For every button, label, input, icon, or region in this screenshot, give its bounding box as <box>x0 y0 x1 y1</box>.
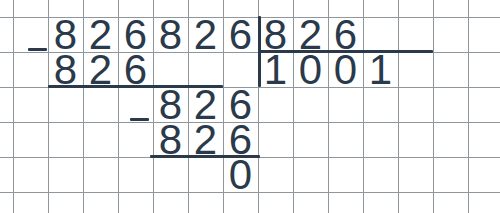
subtraction-line-step2 <box>150 155 260 158</box>
subtraction-line-step1 <box>48 85 223 88</box>
quotient-digit: 1 <box>258 52 293 87</box>
divisor-quotient-separator-line <box>258 50 433 53</box>
long-division-worksheet: 8 2 6 8 2 6 8 2 6 8 2 6 1 0 0 1 8 2 6 8 … <box>0 0 500 213</box>
remainder-digit: 0 <box>223 157 258 192</box>
quotient-digit: 0 <box>328 52 363 87</box>
step1-subtrahend-digit: 2 <box>83 52 118 87</box>
step2-subtrahend-digit: 8 <box>153 122 188 157</box>
step2-subtrahend-digit: 2 <box>188 122 223 157</box>
quotient-digit: 1 <box>363 52 398 87</box>
dividend-digit: 2 <box>188 17 223 52</box>
step1-subtrahend-digit: 6 <box>118 52 153 87</box>
dividend-digit: 8 <box>153 17 188 52</box>
minus-sign-step2 <box>130 118 149 121</box>
dividend-digit: 6 <box>223 17 258 52</box>
quotient-digit: 0 <box>293 52 328 87</box>
step1-subtrahend-digit: 8 <box>48 52 83 87</box>
minus-sign-step1 <box>28 48 47 51</box>
